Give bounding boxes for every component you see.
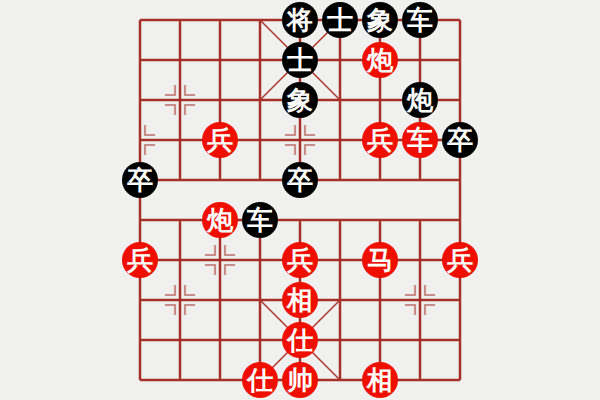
piece-black-advisor[interactable]: 士 bbox=[322, 2, 358, 38]
piece-black-elephant[interactable]: 象 bbox=[362, 2, 398, 38]
piece-red-king[interactable]: 帅 bbox=[282, 362, 318, 398]
piece-red-advisor[interactable]: 仕 bbox=[242, 362, 278, 398]
pieces-layer: 将士象车士象炮卒卒卒车炮兵兵车炮兵兵马兵相仕仕帅相 bbox=[0, 0, 600, 400]
piece-red-elephant[interactable]: 相 bbox=[282, 282, 318, 318]
piece-black-elephant[interactable]: 象 bbox=[282, 82, 318, 118]
piece-red-pawn[interactable]: 兵 bbox=[442, 242, 478, 278]
piece-black-pawn[interactable]: 卒 bbox=[442, 122, 478, 158]
piece-red-horse[interactable]: 马 bbox=[362, 242, 398, 278]
piece-red-pawn[interactable]: 兵 bbox=[202, 122, 238, 158]
piece-red-pawn[interactable]: 兵 bbox=[362, 122, 398, 158]
piece-black-pawn[interactable]: 卒 bbox=[282, 162, 318, 198]
xiangqi-board-stage: 将士象车士象炮卒卒卒车炮兵兵车炮兵兵马兵相仕仕帅相 bbox=[0, 0, 600, 400]
piece-black-cannon[interactable]: 炮 bbox=[402, 82, 438, 118]
piece-black-pawn[interactable]: 卒 bbox=[122, 162, 158, 198]
piece-red-cannon[interactable]: 炮 bbox=[202, 202, 238, 238]
piece-red-cannon[interactable]: 炮 bbox=[362, 42, 398, 78]
piece-black-general[interactable]: 将 bbox=[282, 2, 318, 38]
piece-red-advisor[interactable]: 仕 bbox=[282, 322, 318, 358]
piece-red-elephant[interactable]: 相 bbox=[362, 362, 398, 398]
piece-black-advisor[interactable]: 士 bbox=[282, 42, 318, 78]
piece-red-chariot[interactable]: 车 bbox=[402, 122, 438, 158]
piece-black-chariot[interactable]: 车 bbox=[402, 2, 438, 38]
piece-red-pawn[interactable]: 兵 bbox=[282, 242, 318, 278]
piece-black-chariot[interactable]: 车 bbox=[242, 202, 278, 238]
piece-red-pawn[interactable]: 兵 bbox=[122, 242, 158, 278]
